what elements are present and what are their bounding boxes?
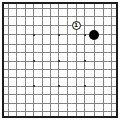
board-point (89, 108, 99, 116)
board-point (99, 82, 107, 90)
board-point (55, 30, 63, 40)
white-stone-1: 1 (72, 21, 81, 30)
board-point (81, 40, 89, 48)
board-point (72, 91, 81, 99)
board-point (29, 57, 37, 65)
board-point (38, 108, 46, 116)
star-point (33, 34, 35, 36)
board-point (29, 21, 37, 30)
board-point (108, 4, 116, 12)
board-point (21, 82, 29, 90)
board-point (63, 4, 71, 12)
board-point (29, 99, 37, 107)
board-point (99, 65, 107, 73)
board-point (4, 4, 12, 12)
board-point (21, 108, 29, 116)
star-point (84, 60, 86, 62)
board-point (63, 108, 71, 116)
board-point (29, 108, 37, 116)
board-point (63, 12, 71, 20)
board-point (72, 99, 81, 107)
board-point (89, 57, 99, 65)
board-point (89, 99, 99, 107)
board-point: 1 (72, 21, 81, 30)
board-point (29, 65, 37, 73)
board-point (81, 12, 89, 20)
board-point (55, 91, 63, 99)
board-point (29, 91, 37, 99)
star-point (33, 60, 35, 62)
board-point (46, 57, 54, 65)
board-point (38, 91, 46, 99)
board-point (108, 82, 116, 90)
board-point (46, 99, 54, 107)
star-point (84, 34, 86, 36)
board-point (21, 30, 29, 40)
board-point (21, 74, 29, 82)
board-point (55, 21, 63, 30)
board-point (12, 12, 20, 20)
board-point (108, 48, 116, 56)
board-point (29, 4, 37, 12)
board-point (108, 91, 116, 99)
board-point (55, 40, 63, 48)
board-point (38, 48, 46, 56)
star-point (58, 34, 60, 36)
board-point (29, 82, 37, 90)
board-point (12, 65, 20, 73)
board-point (99, 21, 107, 30)
board-point (72, 65, 81, 73)
board-point (108, 30, 116, 40)
board-point (12, 57, 20, 65)
board-point (99, 48, 107, 56)
board-point (89, 12, 99, 20)
board-point (46, 65, 54, 73)
board-point (38, 12, 46, 20)
board-point (81, 108, 89, 116)
board-point (89, 21, 99, 30)
board-point (63, 21, 71, 30)
board-point (12, 30, 20, 40)
board-point (55, 4, 63, 12)
board-point (89, 74, 99, 82)
board-point (55, 108, 63, 116)
board-point (46, 82, 54, 90)
board-point (108, 65, 116, 73)
black-stone (89, 30, 99, 40)
board-point (21, 4, 29, 12)
board-point (4, 57, 12, 65)
board-point (72, 12, 81, 20)
star-point (33, 85, 35, 87)
board-point (55, 12, 63, 20)
board-point (81, 48, 89, 56)
board-point (89, 65, 99, 73)
board-point (81, 57, 89, 65)
board-point (38, 82, 46, 90)
board-point (12, 74, 20, 82)
board-point (55, 65, 63, 73)
board-point (81, 91, 89, 99)
board-point (21, 57, 29, 65)
board-point (72, 57, 81, 65)
board-point (108, 99, 116, 107)
board-point (108, 57, 116, 65)
star-point (58, 60, 60, 62)
board-point (72, 74, 81, 82)
board-point (81, 99, 89, 107)
board-point (29, 40, 37, 48)
board-point (29, 74, 37, 82)
board-point (108, 12, 116, 20)
board-point (81, 74, 89, 82)
board-point (46, 40, 54, 48)
board-point (81, 65, 89, 73)
board-point (12, 48, 20, 56)
board-point (89, 30, 99, 40)
board-point (12, 82, 20, 90)
board-point (63, 65, 71, 73)
board-point (12, 108, 20, 116)
board-point (4, 82, 12, 90)
board-point (29, 30, 37, 40)
board-point (4, 48, 12, 56)
board-point (108, 74, 116, 82)
star-point (58, 85, 60, 87)
board-point (21, 65, 29, 73)
board-point (4, 91, 12, 99)
board-point (108, 21, 116, 30)
board-point (72, 82, 81, 90)
board-point (89, 4, 99, 12)
board-point (4, 40, 12, 48)
board-point (4, 30, 12, 40)
board-point (81, 4, 89, 12)
board-point (4, 99, 12, 107)
board-point (63, 91, 71, 99)
board-point (21, 21, 29, 30)
board-point (12, 4, 20, 12)
board-point (99, 57, 107, 65)
board-point (108, 108, 116, 116)
board-point (81, 82, 89, 90)
board-point (99, 99, 107, 107)
board-point (55, 57, 63, 65)
board-point (55, 99, 63, 107)
board-point (63, 30, 71, 40)
board-point (46, 48, 54, 56)
board-point (21, 48, 29, 56)
board-point (55, 48, 63, 56)
board-point (38, 65, 46, 73)
board-point (38, 74, 46, 82)
board-point (46, 30, 54, 40)
board-point (38, 4, 46, 12)
board-point (63, 99, 71, 107)
board-point (55, 82, 63, 90)
board-point (99, 91, 107, 99)
board-point (89, 82, 99, 90)
board-point (99, 108, 107, 116)
board-point (38, 30, 46, 40)
board-point (4, 108, 12, 116)
board-point (21, 40, 29, 48)
board-point (38, 99, 46, 107)
board-point (99, 12, 107, 20)
board-point (46, 91, 54, 99)
board-point (81, 21, 89, 30)
board-point (72, 30, 81, 40)
board-point (38, 40, 46, 48)
board-point (38, 21, 46, 30)
board-point (99, 30, 107, 40)
board-point (12, 99, 20, 107)
board-point (29, 12, 37, 20)
board-point (72, 48, 81, 56)
board-point (99, 4, 107, 12)
board-point (72, 108, 81, 116)
board-point (81, 30, 89, 40)
board-point (46, 12, 54, 20)
board-point (89, 48, 99, 56)
board-point (38, 57, 46, 65)
board-point (108, 40, 116, 48)
board-point (46, 74, 54, 82)
board-point (99, 40, 107, 48)
board-point (63, 40, 71, 48)
board-point (21, 99, 29, 107)
board-point (29, 48, 37, 56)
board-point (72, 40, 81, 48)
board-point (12, 40, 20, 48)
board-point (12, 91, 20, 99)
board-point (72, 4, 81, 12)
board-point (46, 4, 54, 12)
board-point (21, 91, 29, 99)
board-point (99, 74, 107, 82)
board-point (63, 82, 71, 90)
board-point (63, 48, 71, 56)
board-point (89, 40, 99, 48)
go-board-grid: 1 (4, 4, 116, 116)
board-point (55, 74, 63, 82)
board-point (46, 21, 54, 30)
board-point (12, 21, 20, 30)
board-point (63, 57, 71, 65)
board-point (63, 74, 71, 82)
board-point (4, 21, 12, 30)
board-point (4, 12, 12, 20)
star-point (84, 85, 86, 87)
board-point (21, 12, 29, 20)
board-point (46, 108, 54, 116)
board-point (4, 65, 12, 73)
go-board-diagram: 1 (0, 0, 120, 120)
board-point (4, 74, 12, 82)
board-point (89, 91, 99, 99)
